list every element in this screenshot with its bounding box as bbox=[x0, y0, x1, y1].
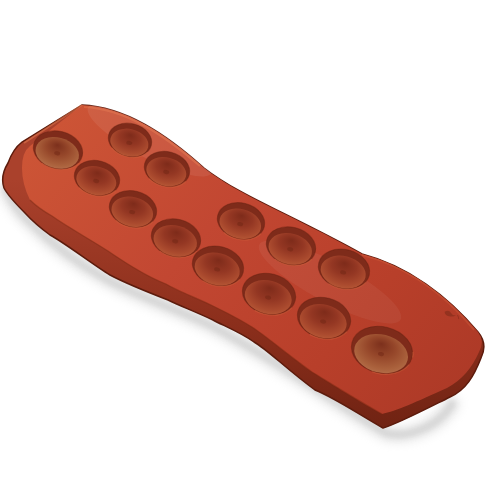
board-scene bbox=[0, 0, 500, 500]
mancala-board-photo bbox=[0, 0, 500, 500]
